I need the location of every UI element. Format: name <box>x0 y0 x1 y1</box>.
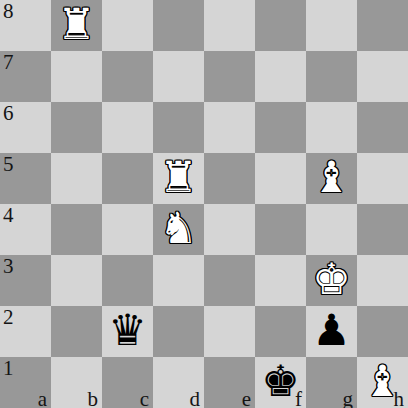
square-d1[interactable]: d <box>153 357 204 408</box>
file-label-d: d <box>190 388 201 408</box>
square-c4[interactable] <box>102 204 153 255</box>
square-e6[interactable] <box>204 102 255 153</box>
square-d4[interactable]: ♞ <box>153 204 204 255</box>
square-b6[interactable] <box>51 102 102 153</box>
rank-label-5: 5 <box>3 153 14 175</box>
square-f4[interactable] <box>255 204 306 255</box>
square-h2[interactable] <box>357 306 408 357</box>
file-label-b: b <box>88 388 99 408</box>
square-g4[interactable] <box>306 204 357 255</box>
file-label-a: a <box>38 388 47 408</box>
square-b1[interactable]: b <box>51 357 102 408</box>
square-e2[interactable] <box>204 306 255 357</box>
square-c2[interactable]: ♛ <box>102 306 153 357</box>
chess-board: 8♜765♜♝4♞3♚2♛♟1abcdef♚gh♝ <box>0 0 408 408</box>
white-knight[interactable]: ♞ <box>159 203 198 254</box>
white-rook[interactable]: ♜ <box>159 152 198 203</box>
rank-label-8: 8 <box>3 0 14 22</box>
black-pawn[interactable]: ♟ <box>312 305 351 356</box>
square-g5[interactable]: ♝ <box>306 153 357 204</box>
square-h3[interactable] <box>357 255 408 306</box>
square-c1[interactable]: c <box>102 357 153 408</box>
square-f2[interactable] <box>255 306 306 357</box>
square-a8[interactable]: 8 <box>0 0 51 51</box>
square-d2[interactable] <box>153 306 204 357</box>
square-g6[interactable] <box>306 102 357 153</box>
square-d6[interactable] <box>153 102 204 153</box>
square-b8[interactable]: ♜ <box>51 0 102 51</box>
black-king[interactable]: ♚ <box>261 356 300 407</box>
square-d8[interactable] <box>153 0 204 51</box>
square-b4[interactable] <box>51 204 102 255</box>
white-king[interactable]: ♚ <box>312 254 351 305</box>
square-c8[interactable] <box>102 0 153 51</box>
square-e7[interactable] <box>204 51 255 102</box>
square-f3[interactable] <box>255 255 306 306</box>
square-h5[interactable] <box>357 153 408 204</box>
square-a7[interactable]: 7 <box>0 51 51 102</box>
square-f7[interactable] <box>255 51 306 102</box>
square-a5[interactable]: 5 <box>0 153 51 204</box>
square-e5[interactable] <box>204 153 255 204</box>
square-f1[interactable]: f♚ <box>255 357 306 408</box>
square-g7[interactable] <box>306 51 357 102</box>
square-c5[interactable] <box>102 153 153 204</box>
rank-label-4: 4 <box>3 204 14 226</box>
square-b2[interactable] <box>51 306 102 357</box>
square-b3[interactable] <box>51 255 102 306</box>
square-e8[interactable] <box>204 0 255 51</box>
rank-label-7: 7 <box>3 51 14 73</box>
square-b7[interactable] <box>51 51 102 102</box>
white-bishop[interactable]: ♝ <box>312 152 351 203</box>
square-a4[interactable]: 4 <box>0 204 51 255</box>
rank-label-3: 3 <box>3 255 14 277</box>
square-h7[interactable] <box>357 51 408 102</box>
square-d3[interactable] <box>153 255 204 306</box>
square-h1[interactable]: h♝ <box>357 357 408 408</box>
square-e3[interactable] <box>204 255 255 306</box>
square-a6[interactable]: 6 <box>0 102 51 153</box>
file-label-e: e <box>242 388 251 408</box>
square-g8[interactable] <box>306 0 357 51</box>
square-c6[interactable] <box>102 102 153 153</box>
square-d5[interactable]: ♜ <box>153 153 204 204</box>
rank-label-2: 2 <box>3 306 14 328</box>
square-g1[interactable]: g <box>306 357 357 408</box>
square-c7[interactable] <box>102 51 153 102</box>
rank-label-1: 1 <box>3 357 14 379</box>
rank-label-6: 6 <box>3 102 14 124</box>
square-f6[interactable] <box>255 102 306 153</box>
square-f5[interactable] <box>255 153 306 204</box>
square-h6[interactable] <box>357 102 408 153</box>
square-h8[interactable] <box>357 0 408 51</box>
square-g3[interactable]: ♚ <box>306 255 357 306</box>
square-g2[interactable]: ♟ <box>306 306 357 357</box>
black-queen[interactable]: ♛ <box>108 305 147 356</box>
square-e4[interactable] <box>204 204 255 255</box>
square-f8[interactable] <box>255 0 306 51</box>
square-h4[interactable] <box>357 204 408 255</box>
white-rook[interactable]: ♜ <box>57 0 96 50</box>
file-label-c: c <box>140 388 149 408</box>
square-e1[interactable]: e <box>204 357 255 408</box>
file-label-g: g <box>343 388 354 408</box>
square-d7[interactable] <box>153 51 204 102</box>
white-bishop[interactable]: ♝ <box>363 356 402 407</box>
square-a3[interactable]: 3 <box>0 255 51 306</box>
square-a2[interactable]: 2 <box>0 306 51 357</box>
square-a1[interactable]: 1a <box>0 357 51 408</box>
square-c3[interactable] <box>102 255 153 306</box>
square-b5[interactable] <box>51 153 102 204</box>
